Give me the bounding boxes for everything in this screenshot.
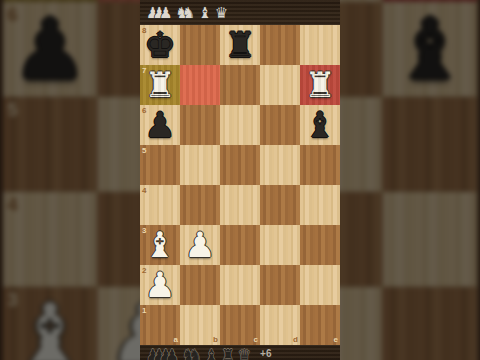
square-a7[interactable]: 7♜ (140, 65, 180, 105)
captured-knight-icon: ♞ (182, 3, 195, 23)
square-c1[interactable]: c (220, 305, 260, 345)
captured-white-pieces: ♟♟♟♞♞♝♛ (146, 3, 231, 23)
square-d5[interactable] (260, 145, 300, 185)
chess-board: 8♚♜7♜♜6♟♝543♝♟2♟1abcdefgh (140, 25, 340, 345)
square-b6[interactable] (180, 105, 220, 145)
file-label-b: b (213, 336, 218, 344)
rank-label-3: 3 (142, 227, 146, 235)
piece-black-bishop-e6[interactable]: ♝ (300, 105, 340, 145)
captured-queen-icon: ♛ (238, 347, 251, 360)
video-frame: 8♚♜7♜♜6♟♝543♝♟2♟1abcdefgh ♟♟♟♞♞♝♛ 8♚♜7♜♜… (0, 0, 480, 360)
square-e7[interactable]: ♜ (300, 65, 340, 105)
square-d6[interactable] (260, 105, 300, 145)
rank-label-4: 4 (142, 187, 146, 195)
square-b2[interactable] (180, 265, 220, 305)
captured-by-black-tray: ♟♟♟♞♞♝♛ (140, 0, 340, 25)
captured-pawn-icon: ♟ (159, 3, 172, 23)
file-label-c: c (254, 336, 258, 344)
square-e8[interactable] (300, 25, 340, 65)
square-e5[interactable] (300, 145, 340, 185)
square-e1[interactable]: e (300, 305, 340, 345)
captured-rook-icon: ♜ (221, 347, 234, 360)
square-b3[interactable]: ♟ (180, 225, 220, 265)
square-c7[interactable] (220, 65, 260, 105)
file-label-e: e (334, 336, 338, 344)
rank-label-1: 1 (142, 307, 146, 315)
square-a6[interactable]: 6♟ (140, 105, 180, 145)
square-a5[interactable]: 5 (140, 145, 180, 185)
piece-white-pawn-b3[interactable]: ♟ (180, 225, 220, 265)
square-c4[interactable] (220, 185, 260, 225)
rank-label-8: 8 (142, 27, 146, 35)
square-b4[interactable] (180, 185, 220, 225)
square-b1[interactable]: b (180, 305, 220, 345)
square-c2[interactable] (220, 265, 260, 305)
captured-pawn-icon: ♟ (165, 347, 178, 360)
rank-label-7: 7 (142, 67, 146, 75)
rank-label-2: 2 (142, 267, 146, 275)
material-score: +6 (260, 347, 271, 360)
square-c5[interactable] (220, 145, 260, 185)
square-d3[interactable] (260, 225, 300, 265)
square-d4[interactable] (260, 185, 300, 225)
square-e3[interactable] (300, 225, 340, 265)
video-strip: ♟♟♟♞♞♝♛ 8♚♜7♜♜6♟♝543♝♟2♟1abcdefgh ♟♟♟♟♞♞… (140, 0, 340, 360)
square-d1[interactable]: d (260, 305, 300, 345)
square-b7[interactable] (180, 65, 220, 105)
square-b8[interactable] (180, 25, 220, 65)
file-label-a: a (174, 336, 178, 344)
square-e4[interactable] (300, 185, 340, 225)
square-e6[interactable]: ♝ (300, 105, 340, 145)
rank-label-5: 5 (142, 147, 146, 155)
captured-bishop-icon: ♝ (198, 3, 211, 23)
captured-by-white-tray: ♟♟♟♟♞♞♝♜♛ +6 (140, 345, 340, 360)
square-c6[interactable] (220, 105, 260, 145)
captured-queen-icon: ♛ (215, 3, 228, 23)
rank-label-6: 6 (142, 107, 146, 115)
captured-black-pieces: ♟♟♟♟♞♞♝♜♛ (146, 347, 254, 360)
board-viewport: 8♚♜7♜♜6♟♝543♝♟2♟1abcdefgh (140, 25, 340, 345)
square-c8[interactable]: ♜ (220, 25, 260, 65)
piece-white-rook-e7[interactable]: ♜ (300, 65, 340, 105)
square-a3[interactable]: 3♝ (140, 225, 180, 265)
square-d2[interactable] (260, 265, 300, 305)
square-b5[interactable] (180, 145, 220, 185)
square-a4[interactable]: 4 (140, 185, 180, 225)
captured-knight-icon: ♞ (188, 347, 201, 360)
piece-black-rook-c8[interactable]: ♜ (220, 25, 260, 65)
square-a8[interactable]: 8♚ (140, 25, 180, 65)
square-c3[interactable] (220, 225, 260, 265)
captured-bishop-icon: ♝ (205, 347, 218, 360)
file-label-d: d (293, 336, 298, 344)
square-a1[interactable]: 1a (140, 305, 180, 345)
square-d7[interactable] (260, 65, 300, 105)
square-a2[interactable]: 2♟ (140, 265, 180, 305)
square-d8[interactable] (260, 25, 300, 65)
square-e2[interactable] (300, 265, 340, 305)
